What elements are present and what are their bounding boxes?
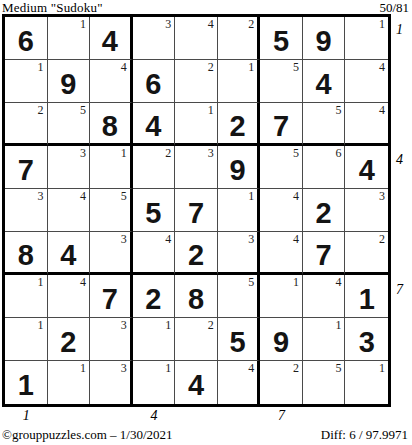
pencil-mark: 2	[165, 146, 171, 161]
pencil-mark: 1	[248, 60, 254, 75]
pencil-mark: 4	[248, 361, 254, 376]
cell-r4c2[interactable]: 3	[48, 146, 91, 189]
pencil-mark: 1	[335, 318, 341, 333]
pencil-mark: 2	[293, 361, 299, 376]
given-digit: 4	[90, 24, 130, 58]
cell-r1c3[interactable]: 4	[90, 17, 133, 60]
pencil-mark: 3	[121, 361, 127, 376]
pencil-mark: 1	[38, 318, 44, 333]
pencil-mark: 3	[38, 189, 44, 204]
cell-r3c1[interactable]: 2	[5, 103, 48, 146]
cell-r9c2[interactable]: 1	[48, 361, 91, 404]
cell-r2c5[interactable]: 2	[175, 60, 218, 103]
cell-r3c7[interactable]: 7	[260, 103, 303, 146]
pencil-mark: 5	[80, 103, 86, 118]
cell-r5c7[interactable]: 4	[260, 189, 303, 232]
cell-r1c9[interactable]: 1	[345, 17, 388, 60]
cell-r1c7[interactable]: 5	[260, 17, 303, 60]
pencil-mark: 1	[379, 361, 385, 376]
cell-r4c6[interactable]: 9	[218, 146, 261, 189]
cell-r3c5[interactable]: 1	[175, 103, 218, 146]
cell-r5c8[interactable]: 2	[303, 189, 346, 232]
cell-r9c9[interactable]: 1	[345, 361, 388, 404]
given-digit: 1	[5, 368, 47, 403]
given-digit: 2	[175, 239, 217, 271]
pencil-mark: 1	[80, 361, 86, 376]
cell-r4c3[interactable]: 1	[90, 146, 133, 189]
pencil-mark: 4	[80, 275, 86, 290]
given-digit: 9	[303, 24, 345, 58]
given-digit: 5	[260, 24, 302, 58]
cell-r9c1[interactable]: 1	[5, 361, 48, 404]
given-digit: 1	[345, 282, 388, 316]
pencil-mark: 1	[38, 275, 44, 290]
cell-r2c7[interactable]: 5	[260, 60, 303, 103]
cell-r2c8[interactable]: 4	[303, 60, 346, 103]
cell-r5c2[interactable]: 4	[48, 189, 91, 232]
pencil-mark: 1	[80, 17, 86, 32]
pencil-mark: 4	[379, 103, 385, 118]
cell-r4c5[interactable]: 3	[175, 146, 218, 189]
given-digit: 6	[5, 24, 47, 58]
pencil-mark: 3	[379, 189, 385, 204]
col-label-1: 1	[23, 408, 30, 424]
cell-r3c6[interactable]: 2	[218, 103, 261, 146]
cell-r7c6[interactable]: 5	[218, 275, 261, 318]
given-digit: 7	[90, 282, 130, 316]
cell-r4c1[interactable]: 7	[5, 146, 48, 189]
cell-r6c1[interactable]: 8	[5, 232, 48, 275]
cell-r5c6[interactable]: 1	[218, 189, 261, 232]
cell-r9c7[interactable]: 2	[260, 361, 303, 404]
pencil-mark: 2	[208, 318, 214, 333]
given-digit: 4	[133, 110, 175, 142]
given-digit: 4	[48, 239, 90, 271]
cell-r7c4[interactable]: 2	[133, 275, 176, 318]
cell-r6c2[interactable]: 4	[48, 232, 91, 275]
pencil-mark: 5	[293, 60, 299, 75]
cell-r3c3[interactable]: 8	[90, 103, 133, 146]
cell-r2c2[interactable]: 9	[48, 60, 91, 103]
pencil-mark: 5	[293, 146, 299, 161]
given-digit: 8	[5, 239, 47, 271]
cell-r1c6[interactable]: 2	[218, 17, 261, 60]
cell-r4c8[interactable]: 6	[303, 146, 346, 189]
given-digit: 7	[5, 153, 47, 187]
cell-r3c8[interactable]: 5	[303, 103, 346, 146]
cell-r1c5[interactable]: 4	[175, 17, 218, 60]
cell-r1c4[interactable]: 3	[133, 17, 176, 60]
difficulty-rating: Diff: 6 / 97.9971	[321, 427, 408, 443]
cell-r6c4[interactable]: 4	[133, 232, 176, 275]
cell-r8c8[interactable]: 1	[303, 318, 346, 361]
cell-r9c5[interactable]: 4	[175, 361, 218, 404]
pencil-mark: 3	[80, 146, 86, 161]
pencil-mark: 2	[38, 103, 44, 118]
given-digit: 5	[133, 196, 175, 230]
cell-r3c4[interactable]: 4	[133, 103, 176, 146]
given-digit: 7	[303, 239, 345, 271]
pencil-mark: 4	[165, 232, 171, 247]
pencil-mark: 3	[165, 17, 171, 32]
pencil-mark: 1	[248, 189, 254, 204]
cell-r5c3[interactable]: 5	[90, 189, 133, 232]
cell-r6c6[interactable]: 3	[218, 232, 261, 275]
cell-r8c7[interactable]: 9	[260, 318, 303, 361]
pencil-mark: 3	[208, 146, 214, 161]
given-digit: 9	[218, 153, 258, 187]
cell-r2c9[interactable]: 4	[345, 60, 388, 103]
given-digit: 4	[175, 368, 217, 403]
cell-r6c3[interactable]: 3	[90, 232, 133, 275]
cell-r7c1[interactable]: 1	[5, 275, 48, 318]
pencil-mark: 4	[208, 17, 214, 32]
given-digit: 7	[260, 110, 302, 142]
given-digit: 3	[345, 325, 388, 359]
cell-r9c6[interactable]: 4	[218, 361, 261, 404]
pencil-mark: 2	[379, 232, 385, 247]
cell-r7c7[interactable]: 1	[260, 275, 303, 318]
pencil-mark: 5	[335, 361, 341, 376]
given-digit: 2	[48, 325, 90, 359]
cell-r9c8[interactable]: 5	[303, 361, 346, 404]
pencil-mark: 1	[38, 60, 44, 75]
cell-r8c2[interactable]: 2	[48, 318, 91, 361]
cell-r5c4[interactable]: 5	[133, 189, 176, 232]
cell-r8c5[interactable]: 2	[175, 318, 218, 361]
row-label-1: 1	[396, 22, 403, 38]
pencil-mark: 4	[293, 189, 299, 204]
pencil-mark: 3	[248, 232, 254, 247]
col-label-4: 4	[150, 408, 157, 424]
cell-r5c1[interactable]: 3	[5, 189, 48, 232]
pencil-mark: 2	[248, 17, 254, 32]
cell-r6c5[interactable]: 2	[175, 232, 218, 275]
given-digit: 2	[303, 196, 345, 230]
cell-r7c9[interactable]: 1	[345, 275, 388, 318]
col-label-7: 7	[278, 408, 285, 424]
given-digit: 5	[218, 325, 258, 359]
cell-r2c6[interactable]: 1	[218, 60, 261, 103]
cell-r4c7[interactable]: 5	[260, 146, 303, 189]
given-digit: 8	[175, 282, 217, 316]
cell-r8c9[interactable]: 3	[345, 318, 388, 361]
given-digit: 8	[90, 110, 130, 142]
given-digit: 6	[133, 67, 175, 101]
pencil-mark: 4	[335, 275, 341, 290]
given-digit: 9	[260, 325, 302, 359]
cell-r4c9[interactable]: 4	[345, 146, 388, 189]
sudoku-board: 6143425911946215442584127547312395643455…	[2, 14, 391, 407]
given-digit: 9	[48, 67, 90, 101]
pencil-mark: 1	[208, 103, 214, 118]
cell-r8c3[interactable]: 3	[90, 318, 133, 361]
cell-r1c1[interactable]: 6	[5, 17, 48, 60]
cell-r9c4[interactable]: 1	[133, 361, 176, 404]
given-digit: 2	[218, 110, 258, 142]
cell-r7c2[interactable]: 4	[48, 275, 91, 318]
pencil-mark: 1	[165, 318, 171, 333]
pencil-mark: 5	[248, 275, 254, 290]
pencil-mark: 6	[335, 146, 341, 161]
cell-r1c8[interactable]: 9	[303, 17, 346, 60]
cell-r9c3[interactable]: 3	[90, 361, 133, 404]
pencil-mark: 4	[121, 60, 127, 75]
pencil-mark: 3	[121, 318, 127, 333]
pencil-mark: 3	[121, 232, 127, 247]
cell-r8c1[interactable]: 1	[5, 318, 48, 361]
cell-r7c3[interactable]: 7	[90, 275, 133, 318]
pencil-mark: 4	[293, 232, 299, 247]
row-label-4: 4	[396, 152, 403, 168]
pencil-mark: 1	[293, 275, 299, 290]
given-digit: 7	[175, 196, 217, 230]
cell-r2c1[interactable]: 1	[5, 60, 48, 103]
cell-r8c6[interactable]: 5	[218, 318, 261, 361]
pencil-mark: 1	[379, 17, 385, 32]
row-label-7: 7	[396, 282, 403, 298]
cell-r3c2[interactable]: 5	[48, 103, 91, 146]
cell-r2c4[interactable]: 6	[133, 60, 176, 103]
cell-r6c9[interactable]: 2	[345, 232, 388, 275]
cell-r7c8[interactable]: 4	[303, 275, 346, 318]
copyright-credit: ©grouppuzzles.com – 1/30/2021	[2, 427, 173, 443]
cell-r6c8[interactable]: 7	[303, 232, 346, 275]
cell-r6c7[interactable]: 4	[260, 232, 303, 275]
pencil-mark: 2	[208, 60, 214, 75]
given-digit: 4	[303, 67, 345, 101]
cell-r2c3[interactable]: 4	[90, 60, 133, 103]
cell-r5c5[interactable]: 7	[175, 189, 218, 232]
pencil-mark: 4	[379, 60, 385, 75]
cell-r7c5[interactable]: 8	[175, 275, 218, 318]
cell-r8c4[interactable]: 1	[133, 318, 176, 361]
cell-r5c9[interactable]: 3	[345, 189, 388, 232]
given-digit: 4	[345, 153, 388, 187]
pencil-mark: 5	[335, 103, 341, 118]
pencil-mark: 4	[80, 189, 86, 204]
cell-r1c2[interactable]: 1	[48, 17, 91, 60]
sudoku-page: Medium "Sudoku" 50/81 614342591194621544…	[0, 0, 412, 445]
pencil-mark: 5	[121, 189, 127, 204]
cell-r4c4[interactable]: 2	[133, 146, 176, 189]
cell-r3c9[interactable]: 4	[345, 103, 388, 146]
pencil-mark: 1	[165, 361, 171, 376]
pencil-mark: 1	[121, 146, 127, 161]
given-digit: 2	[133, 282, 175, 316]
